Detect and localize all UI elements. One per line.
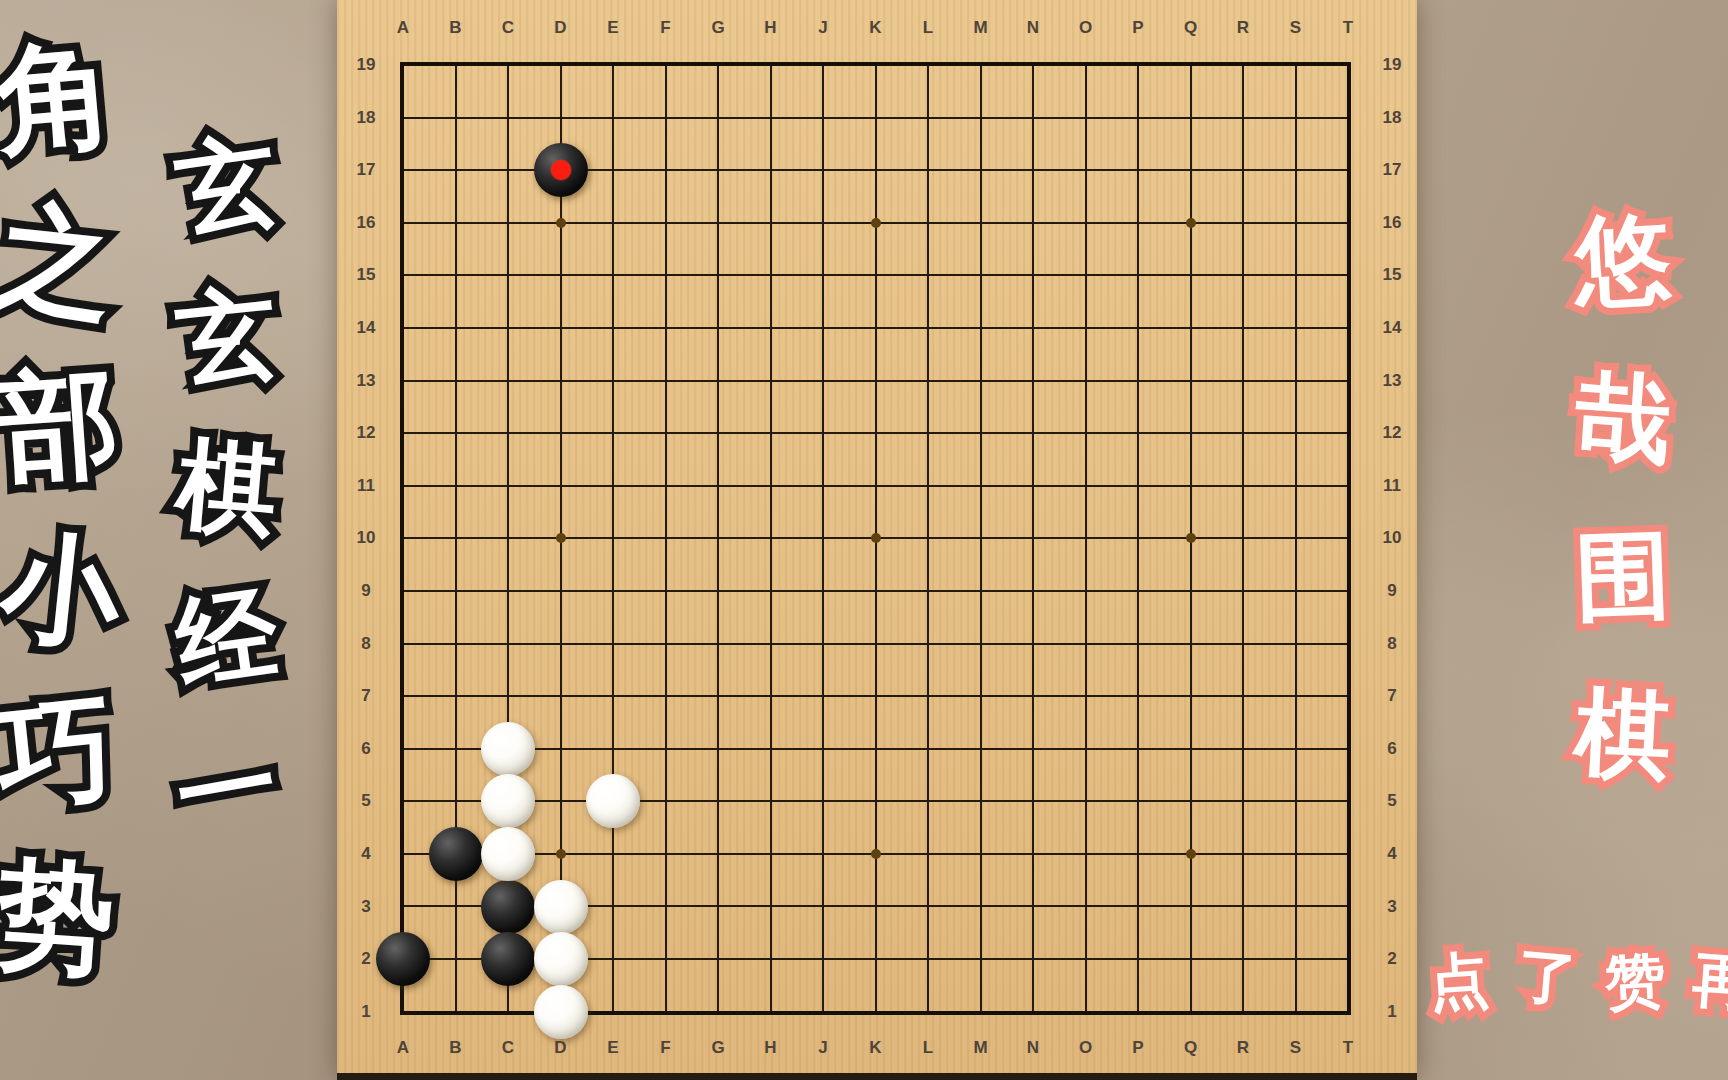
- board-cell: [377, 144, 430, 197]
- star-point: [556, 218, 566, 228]
- board-cell: [534, 302, 587, 355]
- board-cell: [534, 39, 587, 92]
- board-cell: [639, 196, 692, 249]
- board-cell: [1269, 407, 1322, 460]
- board-cell: [1007, 828, 1060, 881]
- channel-watermark: 悠悠哉哉围围棋棋: [1561, 181, 1685, 813]
- board-cell: [1007, 91, 1060, 144]
- board-cell: [377, 565, 430, 618]
- coordinate-label-bottom: P: [1132, 1038, 1143, 1058]
- board-cell: [1322, 39, 1375, 92]
- board-cell: [1164, 91, 1217, 144]
- board-cell: [692, 828, 745, 881]
- board-cell: [377, 828, 430, 881]
- board-cell: [797, 91, 850, 144]
- coordinate-label-right: 3: [1387, 897, 1396, 917]
- board-cell: [1164, 144, 1217, 197]
- board-cell: [849, 249, 902, 302]
- board-cell: [954, 722, 1007, 775]
- board-cell: [1164, 933, 1217, 986]
- board-cell: [744, 196, 797, 249]
- sticker-char: 棋棋: [1557, 652, 1689, 816]
- board-cell: [902, 775, 955, 828]
- board-cell: [429, 670, 482, 723]
- board-cell: [1112, 249, 1165, 302]
- board-cell: [1007, 196, 1060, 249]
- black-stone: [481, 880, 535, 934]
- star-point: [871, 218, 881, 228]
- go-board: AABBCCDDEEFFGGHHJJKKLLMMNNOOPPQQRRSSTT19…: [337, 0, 1417, 1080]
- board-cell: [797, 985, 850, 1038]
- board-cell: [954, 933, 1007, 986]
- board-cell: [849, 933, 902, 986]
- coordinate-label-right: 9: [1387, 581, 1396, 601]
- board-cell: [1269, 985, 1322, 1038]
- board-cell: [587, 828, 640, 881]
- board-cell: [587, 565, 640, 618]
- board-cell: [534, 670, 587, 723]
- coordinate-label-top: Q: [1184, 18, 1197, 38]
- board-cell: [1112, 617, 1165, 670]
- board-cell: [1164, 39, 1217, 92]
- board-cell: [692, 91, 745, 144]
- coordinate-label-right: 14: [1383, 318, 1402, 338]
- left-title-primary: 角角之之部部小小巧巧势势: [0, 15, 122, 999]
- last-move-marker: [551, 160, 571, 180]
- sticker-char: 小小: [0, 501, 136, 678]
- board-cell: [1112, 828, 1165, 881]
- board-cell: [1007, 670, 1060, 723]
- board-cell: [639, 302, 692, 355]
- board-cell: [1217, 722, 1270, 775]
- white-stone: [586, 774, 640, 828]
- coordinate-label-left: 11: [357, 476, 375, 496]
- board-cell: [587, 91, 640, 144]
- board-cell: [377, 880, 430, 933]
- board-cell: [692, 617, 745, 670]
- coordinate-label-right: 11: [1383, 476, 1401, 496]
- board-cell: [1112, 196, 1165, 249]
- board-cell: [692, 249, 745, 302]
- board-cell: [587, 459, 640, 512]
- sticker-char: 赞赞: [1602, 942, 1668, 1019]
- board-cell: [429, 91, 482, 144]
- board-cell: [639, 565, 692, 618]
- sticker-char: 巧巧: [0, 664, 130, 841]
- board-cell: [639, 91, 692, 144]
- coordinate-label-bottom: D: [554, 1038, 566, 1058]
- board-cell: [1007, 144, 1060, 197]
- board-cell: [429, 617, 482, 670]
- board-cell: [954, 459, 1007, 512]
- board-cell: [1112, 91, 1165, 144]
- coordinate-label-right: 4: [1387, 844, 1396, 864]
- board-cell: [797, 617, 850, 670]
- board-cell: [1322, 196, 1375, 249]
- board-cell: [1269, 144, 1322, 197]
- board-cell: [849, 880, 902, 933]
- board-cell: [1322, 302, 1375, 355]
- board-cell: [1217, 91, 1270, 144]
- board-cell: [744, 512, 797, 565]
- board-cell: [1059, 880, 1112, 933]
- board-cell: [797, 354, 850, 407]
- board-cell: [797, 775, 850, 828]
- board-cell: [1217, 985, 1270, 1038]
- coordinate-label-top: A: [397, 18, 409, 38]
- board-cell: [954, 880, 1007, 933]
- board-cell: [377, 617, 430, 670]
- coordinate-label-right: 10: [1383, 528, 1402, 548]
- coordinate-label-bottom: A: [397, 1038, 409, 1058]
- coordinate-label-bottom: J: [818, 1038, 827, 1058]
- board-cell: [1007, 565, 1060, 618]
- board-cell: [954, 196, 1007, 249]
- board-cell: [482, 512, 535, 565]
- board-cell: [902, 617, 955, 670]
- board-cell: [1269, 617, 1322, 670]
- board-cell: [1269, 302, 1322, 355]
- board-cell: [1112, 39, 1165, 92]
- board-cell: [692, 565, 745, 618]
- coordinate-label-top: N: [1027, 18, 1039, 38]
- board-cell: [639, 775, 692, 828]
- board-cell: [744, 985, 797, 1038]
- board-cell: [1112, 565, 1165, 618]
- board-cell: [1217, 933, 1270, 986]
- board-cell: [429, 512, 482, 565]
- coordinate-label-right: 7: [1387, 686, 1396, 706]
- board-cell: [797, 39, 850, 92]
- board-cell: [639, 880, 692, 933]
- board-cell: [692, 670, 745, 723]
- board-cell: [902, 670, 955, 723]
- board-cell: [639, 985, 692, 1038]
- white-stone: [481, 722, 535, 776]
- coordinate-label-left: 18: [357, 108, 376, 128]
- board-cell: [429, 880, 482, 933]
- white-stone: [534, 985, 588, 1039]
- board-cell: [1164, 775, 1217, 828]
- board-cell: [1217, 565, 1270, 618]
- board-cell: [1112, 775, 1165, 828]
- board-cell: [1007, 39, 1060, 92]
- coordinate-label-right: 17: [1383, 160, 1402, 180]
- board-cell: [1217, 670, 1270, 723]
- black-stone: [534, 143, 588, 197]
- coordinate-label-left: 12: [357, 423, 376, 443]
- board-cell: [797, 459, 850, 512]
- coordinate-label-left: 15: [357, 265, 376, 285]
- board-cell: [1059, 775, 1112, 828]
- board-cell: [902, 933, 955, 986]
- coordinate-label-top: R: [1237, 18, 1249, 38]
- board-cell: [849, 985, 902, 1038]
- board-cell: [482, 617, 535, 670]
- sticker-char: 围围: [1558, 495, 1687, 657]
- board-cell: [534, 775, 587, 828]
- board-cell: [639, 354, 692, 407]
- sticker-char: 哉哉: [1556, 335, 1691, 501]
- board-cell: [1217, 459, 1270, 512]
- board-cell: [692, 775, 745, 828]
- coordinate-label-bottom: H: [764, 1038, 776, 1058]
- board-cell: [692, 985, 745, 1038]
- board-cell: [1322, 617, 1375, 670]
- coordinate-label-top: O: [1079, 18, 1092, 38]
- coordinate-label-top: C: [502, 18, 514, 38]
- board-cell: [902, 459, 955, 512]
- board-cell: [849, 722, 902, 775]
- board-cell: [429, 39, 482, 92]
- board-cell: [954, 91, 1007, 144]
- coordinate-label-top: G: [711, 18, 724, 38]
- white-stone: [534, 880, 588, 934]
- board-cell: [534, 722, 587, 775]
- board-cell: [954, 828, 1007, 881]
- coordinate-label-top: E: [607, 18, 618, 38]
- board-cell: [902, 91, 955, 144]
- board-cell: [1007, 985, 1060, 1038]
- coordinate-label-bottom: M: [973, 1038, 987, 1058]
- board-cell: [587, 39, 640, 92]
- board-cell: [849, 775, 902, 828]
- board-cell: [1059, 91, 1112, 144]
- board-cell: [954, 512, 1007, 565]
- board-cell: [692, 933, 745, 986]
- board-cell: [1269, 459, 1322, 512]
- sticker-char: 了了: [1513, 937, 1581, 1016]
- board-cell: [744, 302, 797, 355]
- board-cell: [1269, 91, 1322, 144]
- board-cell: [1059, 459, 1112, 512]
- board-cell: [429, 565, 482, 618]
- board-cell: [377, 91, 430, 144]
- coordinate-label-bottom: F: [660, 1038, 670, 1058]
- board-cell: [744, 933, 797, 986]
- board-cell: [587, 144, 640, 197]
- white-stone: [534, 932, 588, 986]
- board-cell: [1322, 828, 1375, 881]
- board-cell: [1322, 985, 1375, 1038]
- board-cell: [429, 302, 482, 355]
- sticker-char: 角角: [0, 9, 129, 184]
- board-cell: [797, 880, 850, 933]
- board-cell: [482, 39, 535, 92]
- board-cell: [429, 196, 482, 249]
- black-stone: [481, 932, 535, 986]
- sticker-char: 悠悠: [1557, 178, 1689, 342]
- board-cell: [587, 354, 640, 407]
- board-cell: [429, 249, 482, 302]
- board-cell: [744, 828, 797, 881]
- board-cell: [1164, 617, 1217, 670]
- sticker-char: 之之: [0, 172, 130, 349]
- board-cell: [744, 670, 797, 723]
- star-point: [556, 849, 566, 859]
- board-cell: [1007, 302, 1060, 355]
- board-cell: [429, 985, 482, 1038]
- board-edge-strip: [337, 1073, 1417, 1080]
- board-cell: [1322, 354, 1375, 407]
- board-cell: [849, 302, 902, 355]
- board-cell: [954, 565, 1007, 618]
- board-cell: [1059, 249, 1112, 302]
- coordinate-label-bottom: B: [449, 1038, 461, 1058]
- board-cell: [1217, 196, 1270, 249]
- board-cell: [482, 249, 535, 302]
- board-cell: [902, 828, 955, 881]
- sticker-char: 玄玄: [152, 254, 301, 418]
- coordinate-label-right: 8: [1387, 634, 1396, 654]
- coordinate-label-left: 4: [361, 844, 370, 864]
- coordinate-label-top: B: [449, 18, 461, 38]
- board-cell: [797, 302, 850, 355]
- board-cell: [902, 407, 955, 460]
- board-cell: [1217, 144, 1270, 197]
- board-cell: [1269, 512, 1322, 565]
- board-cell: [902, 880, 955, 933]
- sticker-char: 玄玄: [150, 101, 304, 269]
- star-point: [1186, 849, 1196, 859]
- coordinate-label-right: 16: [1383, 213, 1402, 233]
- board-cell: [639, 407, 692, 460]
- board-cell: [639, 933, 692, 986]
- board-cell: [692, 880, 745, 933]
- board-cell: [1164, 565, 1217, 618]
- board-cell: [534, 407, 587, 460]
- board-cell: [429, 354, 482, 407]
- board-cell: [587, 249, 640, 302]
- coordinate-label-right: 12: [1383, 423, 1402, 443]
- star-point: [871, 533, 881, 543]
- board-cell: [1322, 880, 1375, 933]
- board-cell: [1322, 933, 1375, 986]
- board-cell: [1217, 828, 1270, 881]
- board-cell: [744, 249, 797, 302]
- black-stone: [429, 827, 483, 881]
- board-cell: [639, 459, 692, 512]
- board-cell: [482, 196, 535, 249]
- board-cell: [377, 670, 430, 723]
- star-point: [1186, 218, 1196, 228]
- board-cell: [692, 722, 745, 775]
- coordinate-label-bottom: N: [1027, 1038, 1039, 1058]
- coordinate-label-bottom: G: [711, 1038, 724, 1058]
- board-cell: [1269, 39, 1322, 92]
- sticker-char: 点点: [1425, 942, 1492, 1020]
- coordinate-label-bottom: O: [1079, 1038, 1092, 1058]
- board-cell: [1059, 985, 1112, 1038]
- board-cell: [534, 617, 587, 670]
- board-cell: [377, 302, 430, 355]
- coordinate-label-bottom: Q: [1184, 1038, 1197, 1058]
- board-cell: [902, 302, 955, 355]
- board-cell: [639, 722, 692, 775]
- board-cell: [1112, 670, 1165, 723]
- board-cell: [744, 722, 797, 775]
- board-cell: [534, 565, 587, 618]
- board-cell: [482, 985, 535, 1038]
- star-point: [556, 533, 566, 543]
- board-cell: [902, 249, 955, 302]
- board-cell: [639, 512, 692, 565]
- board-cell: [1007, 407, 1060, 460]
- coordinate-label-bottom: L: [923, 1038, 933, 1058]
- board-cell: [482, 459, 535, 512]
- coordinate-label-right: 18: [1383, 108, 1402, 128]
- board-cell: [692, 302, 745, 355]
- board-cell: [902, 985, 955, 1038]
- board-cell: [1059, 565, 1112, 618]
- board-cell: [377, 459, 430, 512]
- board-cell: [377, 722, 430, 775]
- board-cell: [1322, 144, 1375, 197]
- coordinate-label-bottom: C: [502, 1038, 514, 1058]
- board-cell: [1059, 828, 1112, 881]
- board-cell: [849, 354, 902, 407]
- coordinate-label-left: 10: [357, 528, 376, 548]
- board-cell: [1059, 512, 1112, 565]
- coordinate-label-left: 3: [361, 897, 370, 917]
- board-cell: [1269, 775, 1322, 828]
- coordinate-label-bottom: R: [1237, 1038, 1249, 1058]
- board-cell: [902, 722, 955, 775]
- board-cell: [1164, 880, 1217, 933]
- board-cell: [1217, 249, 1270, 302]
- board-cell: [1164, 354, 1217, 407]
- left-title-secondary: 玄玄玄玄棋棋经经一一: [160, 110, 294, 865]
- board-cell: [482, 91, 535, 144]
- sticker-char: 一一: [148, 704, 306, 876]
- board-cell: [1112, 722, 1165, 775]
- board-cell: [1269, 196, 1322, 249]
- board-cell: [797, 722, 850, 775]
- board-cell: [1217, 302, 1270, 355]
- board-cell: [1217, 407, 1270, 460]
- board-cell: [1112, 880, 1165, 933]
- board-cell: [1164, 249, 1217, 302]
- board-cell: [1217, 354, 1270, 407]
- board-cell: [1269, 933, 1322, 986]
- board-cell: [797, 196, 850, 249]
- board-cell: [639, 144, 692, 197]
- board-cell: [377, 249, 430, 302]
- board-cell: [1112, 302, 1165, 355]
- board-cell: [639, 670, 692, 723]
- video-frame: 角角之之部部小小巧巧势势 玄玄玄玄棋棋经经一一 AABBCCDDEEFFGGHH…: [0, 0, 1728, 1080]
- board-cell: [1059, 302, 1112, 355]
- board-cell: [744, 459, 797, 512]
- board-cell: [1112, 985, 1165, 1038]
- board-cell: [1322, 722, 1375, 775]
- coordinate-label-left: 19: [357, 55, 376, 75]
- board-cell: [587, 196, 640, 249]
- board-cell: [692, 407, 745, 460]
- coordinate-label-left: 14: [357, 318, 376, 338]
- board-cell: [1269, 249, 1322, 302]
- board-cell: [429, 459, 482, 512]
- board-cell: [587, 670, 640, 723]
- board-cell: [902, 354, 955, 407]
- board-cell: [849, 144, 902, 197]
- board-cell: [954, 775, 1007, 828]
- sticker-char: 部部: [0, 338, 132, 511]
- board-cell: [377, 407, 430, 460]
- board-cell: [377, 196, 430, 249]
- board-cell: [1059, 617, 1112, 670]
- board-cell: [534, 249, 587, 302]
